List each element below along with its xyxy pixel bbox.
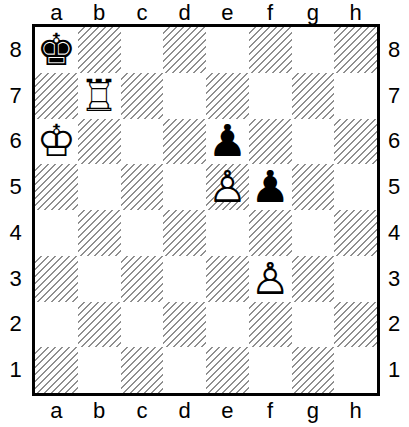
square-h8[interactable] <box>334 27 377 73</box>
chess-board: ♚♚♜♖♚♔♟♟♟♙♟♟♟♙ <box>32 24 380 396</box>
piece-white-rook: ♖ <box>78 73 121 119</box>
rank-label-2: 2 <box>0 302 31 348</box>
piece-white-pawn: ♙ <box>206 164 249 210</box>
piece-white-king: ♔ <box>35 119 78 165</box>
square-h1[interactable] <box>334 347 377 393</box>
square-f6[interactable] <box>249 119 292 165</box>
file-label-e: e <box>206 0 249 26</box>
rank-label-1: 1 <box>0 347 31 393</box>
square-g7[interactable] <box>292 73 335 119</box>
square-a5[interactable] <box>35 164 78 210</box>
file-label-a: a <box>35 0 78 26</box>
square-h7[interactable] <box>334 73 377 119</box>
file-label-b: b <box>78 0 121 26</box>
file-labels-top: abcdefgh <box>35 0 377 23</box>
square-g2[interactable] <box>292 302 335 348</box>
square-c7[interactable] <box>121 73 164 119</box>
file-label-f: f <box>249 0 292 26</box>
square-f4[interactable] <box>249 210 292 256</box>
rank-label-2: 2 <box>379 302 409 348</box>
square-e5[interactable]: ♟♙ <box>206 164 249 210</box>
square-a8[interactable]: ♚♚ <box>35 27 78 73</box>
piece-black-pawn: ♟ <box>206 119 249 165</box>
rank-label-7: 7 <box>379 73 409 119</box>
square-b6[interactable] <box>78 119 121 165</box>
piece-backing: ♜ <box>78 73 121 119</box>
square-e2[interactable] <box>206 302 249 348</box>
square-f1[interactable] <box>249 347 292 393</box>
square-d4[interactable] <box>163 210 206 256</box>
square-c5[interactable] <box>121 164 164 210</box>
piece-backing: ♟ <box>206 119 249 165</box>
square-d2[interactable] <box>163 302 206 348</box>
square-b3[interactable] <box>78 256 121 302</box>
square-d8[interactable] <box>163 27 206 73</box>
rank-label-3: 3 <box>379 256 409 302</box>
square-a3[interactable] <box>35 256 78 302</box>
file-label-h: h <box>334 0 377 26</box>
square-c8[interactable] <box>121 27 164 73</box>
piece-black-king: ♚ <box>35 27 78 73</box>
square-e1[interactable] <box>206 347 249 393</box>
square-c1[interactable] <box>121 347 164 393</box>
square-a4[interactable] <box>35 210 78 256</box>
piece-backing: ♟ <box>249 256 292 302</box>
square-c2[interactable] <box>121 302 164 348</box>
file-label-d: d <box>163 0 206 26</box>
square-e7[interactable] <box>206 73 249 119</box>
file-label-g: g <box>292 0 335 26</box>
file-label-b: b <box>78 396 121 426</box>
rank-label-5: 5 <box>379 164 409 210</box>
square-d5[interactable] <box>163 164 206 210</box>
square-a7[interactable] <box>35 73 78 119</box>
file-label-g: g <box>292 396 335 426</box>
chess-diagram: abcdefgh 87654321 ♚♚♜♖♚♔♟♟♟♙♟♟♟♙ 8765432… <box>0 0 409 427</box>
piece-black-pawn: ♟ <box>249 164 292 210</box>
square-h5[interactable] <box>334 164 377 210</box>
square-b4[interactable] <box>78 210 121 256</box>
rank-label-8: 8 <box>0 27 31 73</box>
square-a2[interactable] <box>35 302 78 348</box>
rank-label-6: 6 <box>0 119 31 165</box>
file-label-c: c <box>121 0 164 26</box>
square-e4[interactable] <box>206 210 249 256</box>
file-label-e: e <box>206 396 249 426</box>
square-b1[interactable] <box>78 347 121 393</box>
rank-label-8: 8 <box>379 27 409 73</box>
square-b5[interactable] <box>78 164 121 210</box>
square-d3[interactable] <box>163 256 206 302</box>
rank-label-7: 7 <box>0 73 31 119</box>
square-h4[interactable] <box>334 210 377 256</box>
rank-label-3: 3 <box>0 256 31 302</box>
square-d1[interactable] <box>163 347 206 393</box>
square-d6[interactable] <box>163 119 206 165</box>
piece-backing: ♟ <box>249 164 292 210</box>
piece-white-pawn: ♙ <box>249 256 292 302</box>
rank-label-4: 4 <box>0 210 31 256</box>
square-d7[interactable] <box>163 73 206 119</box>
square-e8[interactable] <box>206 27 249 73</box>
square-b2[interactable] <box>78 302 121 348</box>
rank-label-5: 5 <box>0 164 31 210</box>
rank-label-4: 4 <box>379 210 409 256</box>
square-f5[interactable]: ♟♟ <box>249 164 292 210</box>
square-g6[interactable] <box>292 119 335 165</box>
square-e6[interactable]: ♟♟ <box>206 119 249 165</box>
square-g8[interactable] <box>292 27 335 73</box>
rank-label-1: 1 <box>379 347 409 393</box>
square-c4[interactable] <box>121 210 164 256</box>
square-b7[interactable]: ♜♖ <box>78 73 121 119</box>
square-e3[interactable] <box>206 256 249 302</box>
square-f2[interactable] <box>249 302 292 348</box>
square-a6[interactable]: ♚♔ <box>35 119 78 165</box>
square-g1[interactable] <box>292 347 335 393</box>
file-label-a: a <box>35 396 78 426</box>
square-h3[interactable] <box>334 256 377 302</box>
square-f8[interactable] <box>249 27 292 73</box>
rank-labels-left: 87654321 <box>0 27 31 393</box>
piece-backing: ♟ <box>206 164 249 210</box>
rank-labels-right: 87654321 <box>379 27 409 393</box>
file-label-d: d <box>163 396 206 426</box>
square-g4[interactable] <box>292 210 335 256</box>
square-c3[interactable] <box>121 256 164 302</box>
rank-label-6: 6 <box>379 119 409 165</box>
file-labels-bottom: abcdefgh <box>35 396 377 426</box>
square-c6[interactable] <box>121 119 164 165</box>
square-h2[interactable] <box>334 302 377 348</box>
square-g5[interactable] <box>292 164 335 210</box>
square-a1[interactable] <box>35 347 78 393</box>
file-label-c: c <box>121 396 164 426</box>
piece-backing: ♚ <box>35 27 78 73</box>
square-g3[interactable] <box>292 256 335 302</box>
piece-backing: ♚ <box>35 119 78 165</box>
file-label-h: h <box>334 396 377 426</box>
square-h6[interactable] <box>334 119 377 165</box>
square-b8[interactable] <box>78 27 121 73</box>
square-f7[interactable] <box>249 73 292 119</box>
file-label-f: f <box>249 396 292 426</box>
square-f3[interactable]: ♟♙ <box>249 256 292 302</box>
